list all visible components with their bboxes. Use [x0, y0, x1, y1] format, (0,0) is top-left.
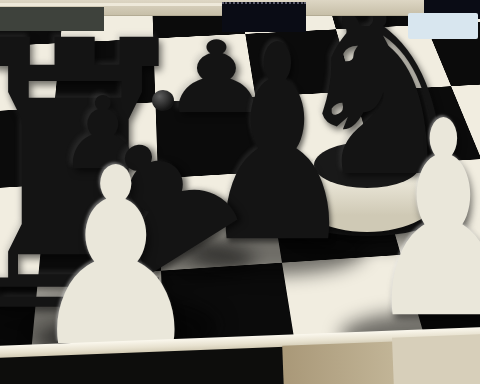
- chess-scene: ♜ ♟ ♟ ♟ ♟ ♞ ♟ ♟: [0, 0, 480, 384]
- white-pawn-right[interactable]: ♟: [366, 86, 480, 356]
- backdrop-block-left: [0, 7, 104, 31]
- board-side-beige-right: [392, 334, 480, 384]
- backdrop-blue-patch: [408, 13, 478, 39]
- backdrop-block-mid: [222, 2, 306, 32]
- board-side-beige: [282, 342, 396, 384]
- stray-sphere: [152, 90, 174, 111]
